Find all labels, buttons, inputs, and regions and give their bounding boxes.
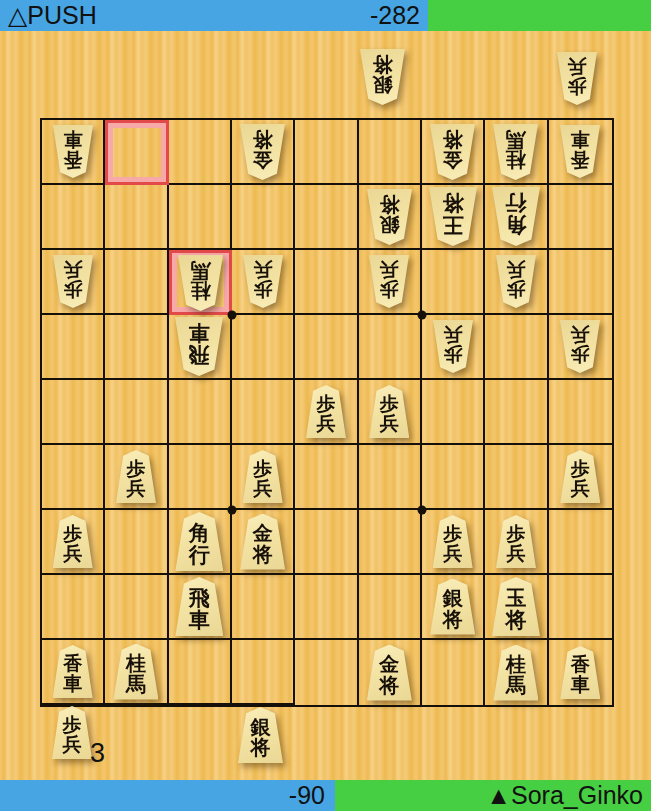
cell-r1c4[interactable]: 金将: [232, 120, 295, 185]
black-hand-pawn-count: 3: [90, 738, 105, 769]
white-hand-pawn[interactable]: 歩兵: [557, 52, 597, 105]
cell-r5c3[interactable]: [169, 380, 232, 445]
cell-r9c8[interactable]: 桂馬: [485, 640, 548, 705]
shogi-piece-gote-歩兵[interactable]: 歩兵: [53, 255, 93, 308]
shogi-piece-sente-金将[interactable]: 金将: [240, 514, 285, 570]
shogi-piece-sente-歩兵[interactable]: 歩兵: [52, 706, 92, 759]
piece-kanji: 将: [442, 193, 463, 214]
piece-kanji: 将: [443, 129, 463, 149]
piece-kanji: 歩: [316, 394, 335, 413]
piece-kanji: 兵: [316, 414, 335, 433]
piece-kanji: 兵: [443, 325, 462, 344]
piece-kanji: 兵: [571, 325, 590, 344]
cell-r8c9[interactable]: [549, 575, 612, 640]
bottom-player-bar: -90 ▲Sora_Ginko: [0, 780, 651, 811]
cell-r6c9[interactable]: 歩兵: [549, 445, 612, 510]
piece-kanji: 香: [63, 654, 82, 673]
cell-r4c7[interactable]: 歩兵: [422, 315, 485, 380]
shogi-piece-sente-桂馬[interactable]: 桂馬: [493, 645, 538, 701]
shogi-piece-sente-歩兵[interactable]: 歩兵: [496, 515, 536, 568]
piece-kanji: 歩: [443, 524, 462, 543]
cell-r2c1[interactable]: [42, 185, 105, 250]
piece-kanji: 桂: [190, 281, 210, 301]
piece-kanji: 将: [379, 194, 399, 214]
piece-kanji: 香: [571, 150, 590, 169]
cell-r4c4[interactable]: [232, 315, 295, 380]
cell-r1c9[interactable]: 香車: [549, 120, 612, 185]
piece-kanji: 車: [571, 130, 590, 149]
cell-r3c5[interactable]: [295, 250, 358, 315]
cell-r5c1[interactable]: [42, 380, 105, 445]
cell-r7c4[interactable]: 金将: [232, 510, 295, 575]
cell-r4c1[interactable]: [42, 315, 105, 380]
shogi-piece-gote-銀将[interactable]: 銀将: [367, 189, 412, 245]
piece-kanji: 将: [251, 737, 271, 757]
cell-r1c1[interactable]: 香車: [42, 120, 105, 185]
hoshi-dot: [418, 506, 427, 515]
piece-kanji: 兵: [126, 479, 145, 498]
cell-r4c9[interactable]: 歩兵: [549, 315, 612, 380]
piece-kanji: 王: [442, 215, 463, 236]
cell-r2c9[interactable]: [549, 185, 612, 250]
piece-kanji: 角: [189, 522, 210, 543]
piece-kanji: 金: [253, 523, 273, 543]
cell-r1c3[interactable]: [169, 120, 232, 185]
shogi-piece-sente-歩兵[interactable]: 歩兵: [306, 385, 346, 438]
black-eval-score: -90: [289, 781, 325, 810]
piece-kanji: 将: [253, 544, 273, 564]
cell-r5c4[interactable]: [232, 380, 295, 445]
cell-r3c2[interactable]: [105, 250, 168, 315]
piece-kanji: 桂: [506, 654, 526, 674]
cell-r9c3[interactable]: [169, 640, 232, 705]
piece-kanji: 歩: [443, 345, 462, 364]
cell-r9c6[interactable]: 金将: [359, 640, 422, 705]
cell-r5c9[interactable]: [549, 380, 612, 445]
shogi-app-screen: △PUSH -282 香車金将金将桂馬香車銀将王将角行歩兵桂馬歩兵歩兵歩兵飛車歩…: [0, 0, 651, 811]
cell-r6c6[interactable]: [359, 445, 422, 510]
bottom-bar-green-section: ▲Sora_Ginko: [335, 780, 651, 811]
cell-r3c6[interactable]: 歩兵: [359, 250, 422, 315]
top-bar-green-section: [428, 0, 651, 31]
cell-r2c2[interactable]: [105, 185, 168, 250]
shogi-piece-sente-歩兵[interactable]: 歩兵: [243, 450, 283, 503]
piece-kanji: 金: [253, 150, 273, 170]
shogi-piece-gote-歩兵[interactable]: 歩兵: [369, 255, 409, 308]
cell-r8c5[interactable]: [295, 575, 358, 640]
piece-kanji: 香: [571, 655, 590, 674]
cell-r6c3[interactable]: [169, 445, 232, 510]
piece-kanji: 将: [379, 675, 399, 695]
cell-r6c1[interactable]: [42, 445, 105, 510]
piece-kanji: 歩: [571, 345, 590, 364]
shogi-piece-sente-銀将[interactable]: 銀将: [238, 707, 283, 763]
piece-kanji: 馬: [190, 260, 210, 280]
cell-r5c5[interactable]: 歩兵: [295, 380, 358, 445]
piece-kanji: 金: [443, 150, 463, 170]
piece-kanji: 角: [505, 215, 526, 236]
white-player-name: △PUSH: [8, 1, 97, 30]
cell-r8c7[interactable]: 銀将: [422, 575, 485, 640]
cell-r7c9[interactable]: [549, 510, 612, 575]
hoshi-dot: [228, 311, 237, 320]
piece-kanji: 将: [443, 609, 463, 629]
white-eval-score: -282: [370, 1, 420, 30]
cell-r7c2[interactable]: [105, 510, 168, 575]
hoshi-dot: [228, 506, 237, 515]
black-hand-silver[interactable]: 銀将: [238, 707, 283, 763]
piece-kanji: 歩: [253, 280, 272, 299]
cell-r3c3[interactable]: 桂馬: [169, 250, 232, 315]
piece-kanji: 歩: [380, 280, 399, 299]
piece-kanji: 兵: [506, 260, 525, 279]
shogi-piece-sente-歩兵[interactable]: 歩兵: [433, 515, 473, 568]
cell-r2c6[interactable]: 銀将: [359, 185, 422, 250]
cell-r1c8[interactable]: 桂馬: [485, 120, 548, 185]
shogi-piece-gote-金将[interactable]: 金将: [430, 124, 475, 180]
cell-r5c2[interactable]: [105, 380, 168, 445]
cell-r9c5[interactable]: [295, 640, 358, 705]
piece-kanji: 歩: [63, 280, 82, 299]
top-bar-blue-section: △PUSH -282: [0, 0, 428, 31]
piece-kanji: 金: [379, 654, 399, 674]
white-hand-silver[interactable]: 銀将: [360, 49, 405, 105]
cell-r1c6[interactable]: [359, 120, 422, 185]
cell-r8c8[interactable]: 玉将: [485, 575, 548, 640]
shogi-piece-gote-銀将[interactable]: 銀将: [360, 49, 405, 105]
black-hand-pawn[interactable]: 歩兵: [52, 706, 92, 759]
shogi-piece-gote-香車[interactable]: 香車: [53, 125, 93, 178]
piece-kanji: 兵: [380, 260, 399, 279]
hoshi-dot: [418, 311, 427, 320]
cell-r2c8[interactable]: 角行: [485, 185, 548, 250]
shogi-piece-gote-歩兵[interactable]: 歩兵: [557, 52, 597, 105]
piece-kanji: 車: [63, 674, 82, 693]
piece-kanji: 飛: [189, 345, 210, 366]
piece-kanji: 行: [189, 544, 210, 565]
cell-r7c6[interactable]: [359, 510, 422, 575]
piece-kanji: 将: [505, 609, 526, 630]
cell-r9c4[interactable]: [232, 640, 295, 705]
piece-kanji: 桂: [506, 150, 526, 170]
cell-r9c7[interactable]: [422, 640, 485, 705]
cell-r7c7[interactable]: 歩兵: [422, 510, 485, 575]
piece-kanji: 銀: [373, 75, 393, 95]
piece-kanji: 桂: [126, 653, 146, 673]
shogi-piece-sente-玉将[interactable]: 玉将: [492, 577, 540, 636]
shogi-piece-gote-桂馬[interactable]: 桂馬: [493, 124, 538, 180]
piece-kanji: 兵: [443, 544, 462, 563]
piece-kanji: 兵: [63, 735, 82, 754]
cell-r5c6[interactable]: 歩兵: [359, 380, 422, 445]
cell-r7c8[interactable]: 歩兵: [485, 510, 548, 575]
cell-r4c2[interactable]: [105, 315, 168, 380]
piece-kanji: 飛: [189, 587, 210, 608]
cell-r5c7[interactable]: [422, 380, 485, 445]
shogi-piece-sente-歩兵[interactable]: 歩兵: [116, 450, 156, 503]
piece-kanji: 玉: [505, 587, 526, 608]
cell-r6c4[interactable]: 歩兵: [232, 445, 295, 510]
bottom-bar-blue-section: -90: [0, 780, 335, 811]
shogi-piece-sente-香車[interactable]: 香車: [53, 645, 93, 698]
piece-kanji: 兵: [506, 544, 525, 563]
cell-r8c2[interactable]: [105, 575, 168, 640]
shogi-piece-sente-角行[interactable]: 角行: [175, 512, 223, 571]
cell-r4c6[interactable]: [359, 315, 422, 380]
top-player-bar: △PUSH -282: [0, 0, 651, 31]
cell-r3c1[interactable]: 歩兵: [42, 250, 105, 315]
shogi-piece-sente-歩兵[interactable]: 歩兵: [53, 515, 93, 568]
piece-kanji: 将: [373, 55, 393, 75]
cell-r8c6[interactable]: [359, 575, 422, 640]
piece-kanji: 車: [189, 609, 210, 630]
shogi-piece-gote-歩兵[interactable]: 歩兵: [243, 255, 283, 308]
shogi-piece-sente-歩兵[interactable]: 歩兵: [560, 450, 600, 503]
shogi-piece-gote-金将[interactable]: 金将: [240, 124, 285, 180]
piece-kanji: 車: [189, 323, 210, 344]
cell-r6c2[interactable]: 歩兵: [105, 445, 168, 510]
cell-r5c8[interactable]: [485, 380, 548, 445]
shogi-piece-gote-飛車[interactable]: 飛車: [175, 317, 223, 376]
shogi-piece-sente-銀将[interactable]: 銀将: [430, 579, 475, 635]
cell-r2c7[interactable]: 王将: [422, 185, 485, 250]
cell-r3c9[interactable]: [549, 250, 612, 315]
cell-r7c5[interactable]: [295, 510, 358, 575]
piece-kanji: 兵: [253, 479, 272, 498]
piece-kanji: 兵: [63, 260, 82, 279]
piece-kanji: 車: [571, 675, 590, 694]
cell-r2c3[interactable]: [169, 185, 232, 250]
piece-kanji: 香: [63, 150, 82, 169]
cell-r7c3[interactable]: 角行: [169, 510, 232, 575]
cell-r9c9[interactable]: 香車: [549, 640, 612, 705]
shogi-piece-gote-歩兵[interactable]: 歩兵: [560, 320, 600, 373]
piece-kanji: 将: [253, 129, 273, 149]
piece-kanji: 歩: [63, 715, 82, 734]
cell-r7c1[interactable]: 歩兵: [42, 510, 105, 575]
piece-kanji: 歩: [568, 77, 587, 96]
cell-r1c2[interactable]: [105, 120, 168, 185]
piece-kanji: 歩: [380, 394, 399, 413]
cell-r1c7[interactable]: 金将: [422, 120, 485, 185]
piece-kanji: 銀: [379, 215, 399, 235]
piece-kanji: 兵: [568, 57, 587, 76]
cell-r8c1[interactable]: [42, 575, 105, 640]
board: 香車金将金将桂馬香車銀将王将角行歩兵桂馬歩兵歩兵歩兵飛車歩兵歩兵歩兵歩兵歩兵歩兵…: [40, 118, 614, 707]
piece-kanji: 兵: [253, 260, 272, 279]
cell-r8c4[interactable]: [232, 575, 295, 640]
piece-kanji: 銀: [443, 588, 463, 608]
piece-kanji: 銀: [251, 717, 271, 737]
piece-kanji: 兵: [380, 414, 399, 433]
piece-kanji: 馬: [506, 129, 526, 149]
cell-r1c5[interactable]: [295, 120, 358, 185]
piece-kanji: 歩: [253, 459, 272, 478]
piece-kanji: 馬: [506, 675, 526, 695]
shogi-piece-sente-金将[interactable]: 金将: [367, 645, 412, 701]
cell-r3c4[interactable]: 歩兵: [232, 250, 295, 315]
cell-r8c3[interactable]: 飛車: [169, 575, 232, 640]
cell-r3c8[interactable]: 歩兵: [485, 250, 548, 315]
piece-kanji: 歩: [126, 459, 145, 478]
piece-kanji: 行: [505, 193, 526, 214]
cell-r2c4[interactable]: [232, 185, 295, 250]
piece-kanji: 歩: [571, 459, 590, 478]
shogi-piece-gote-桂馬[interactable]: 桂馬: [178, 255, 223, 311]
cell-r4c5[interactable]: [295, 315, 358, 380]
shogi-piece-gote-香車[interactable]: 香車: [560, 125, 600, 178]
black-player-name: ▲Sora_Ginko: [486, 781, 643, 810]
cell-r6c5[interactable]: [295, 445, 358, 510]
piece-kanji: 歩: [506, 524, 525, 543]
shogi-piece-gote-王将[interactable]: 王将: [429, 187, 477, 246]
shogi-piece-sente-香車[interactable]: 香車: [560, 646, 600, 699]
cell-r6c7[interactable]: [422, 445, 485, 510]
piece-kanji: 兵: [571, 479, 590, 498]
cell-r9c2[interactable]: 桂馬: [105, 640, 168, 705]
cell-r9c1[interactable]: 香車: [42, 640, 105, 705]
shogi-piece-gote-角行[interactable]: 角行: [492, 187, 540, 246]
piece-kanji: 歩: [63, 524, 82, 543]
cell-r4c8[interactable]: [485, 315, 548, 380]
shogi-piece-gote-歩兵[interactable]: 歩兵: [433, 320, 473, 373]
cell-r6c8[interactable]: [485, 445, 548, 510]
cell-r2c5[interactable]: [295, 185, 358, 250]
cell-r3c7[interactable]: [422, 250, 485, 315]
piece-kanji: 車: [63, 130, 82, 149]
piece-kanji: 兵: [63, 544, 82, 563]
cell-r4c3[interactable]: 飛車: [169, 315, 232, 380]
shogi-piece-sente-飛車[interactable]: 飛車: [175, 577, 223, 636]
piece-kanji: 馬: [126, 674, 146, 694]
shogi-piece-sente-歩兵[interactable]: 歩兵: [369, 385, 409, 438]
shogi-piece-gote-歩兵[interactable]: 歩兵: [496, 255, 536, 308]
piece-kanji: 歩: [506, 280, 525, 299]
shogi-piece-sente-桂馬[interactable]: 桂馬: [113, 644, 158, 700]
